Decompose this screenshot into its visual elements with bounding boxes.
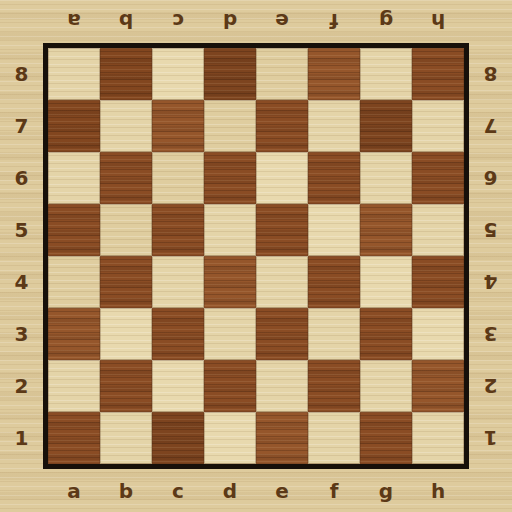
rank-label-right-6: 6 bbox=[469, 152, 512, 204]
rank-labels-left: 87654321 bbox=[0, 48, 43, 464]
file-label-bottom-h: h bbox=[412, 469, 464, 512]
rank-label-right-3: 3 bbox=[469, 308, 512, 360]
square-d6[interactable] bbox=[204, 152, 256, 204]
file-label-top-e: e bbox=[256, 0, 308, 43]
file-label-top-g: g bbox=[360, 0, 412, 43]
square-c6[interactable] bbox=[152, 152, 204, 204]
square-e3[interactable] bbox=[256, 308, 308, 360]
square-c7[interactable] bbox=[152, 100, 204, 152]
file-label-bottom-a: a bbox=[48, 469, 100, 512]
file-labels-top: abcdefgh bbox=[48, 0, 464, 43]
rank-label-left-4: 4 bbox=[0, 256, 43, 308]
rank-label-right-2: 2 bbox=[469, 360, 512, 412]
square-d4[interactable] bbox=[204, 256, 256, 308]
file-label-bottom-c: c bbox=[152, 469, 204, 512]
square-c2[interactable] bbox=[152, 360, 204, 412]
square-g7[interactable] bbox=[360, 100, 412, 152]
square-d2[interactable] bbox=[204, 360, 256, 412]
rank-label-left-5: 5 bbox=[0, 204, 43, 256]
square-b8[interactable] bbox=[100, 48, 152, 100]
square-f7[interactable] bbox=[308, 100, 360, 152]
file-label-top-h: h bbox=[412, 0, 464, 43]
file-label-top-d: d bbox=[204, 0, 256, 43]
square-e2[interactable] bbox=[256, 360, 308, 412]
square-d1[interactable] bbox=[204, 412, 256, 464]
board-grid bbox=[48, 48, 464, 464]
square-h5[interactable] bbox=[412, 204, 464, 256]
square-g1[interactable] bbox=[360, 412, 412, 464]
square-f3[interactable] bbox=[308, 308, 360, 360]
square-f5[interactable] bbox=[308, 204, 360, 256]
file-label-top-b: b bbox=[100, 0, 152, 43]
file-labels-bottom: abcdefgh bbox=[48, 469, 464, 512]
square-e7[interactable] bbox=[256, 100, 308, 152]
playing-area bbox=[43, 43, 469, 469]
file-label-bottom-g: g bbox=[360, 469, 412, 512]
square-a6[interactable] bbox=[48, 152, 100, 204]
file-label-top-a: a bbox=[48, 0, 100, 43]
square-d3[interactable] bbox=[204, 308, 256, 360]
file-label-bottom-e: e bbox=[256, 469, 308, 512]
square-a2[interactable] bbox=[48, 360, 100, 412]
square-b5[interactable] bbox=[100, 204, 152, 256]
rank-label-left-7: 7 bbox=[0, 100, 43, 152]
file-label-top-f: f bbox=[308, 0, 360, 43]
file-label-bottom-b: b bbox=[100, 469, 152, 512]
square-h3[interactable] bbox=[412, 308, 464, 360]
square-h8[interactable] bbox=[412, 48, 464, 100]
square-a1[interactable] bbox=[48, 412, 100, 464]
square-g3[interactable] bbox=[360, 308, 412, 360]
square-d8[interactable] bbox=[204, 48, 256, 100]
square-c8[interactable] bbox=[152, 48, 204, 100]
square-b4[interactable] bbox=[100, 256, 152, 308]
file-label-top-c: c bbox=[152, 0, 204, 43]
square-b2[interactable] bbox=[100, 360, 152, 412]
rank-label-right-8: 8 bbox=[469, 48, 512, 100]
square-b1[interactable] bbox=[100, 412, 152, 464]
square-f1[interactable] bbox=[308, 412, 360, 464]
square-f8[interactable] bbox=[308, 48, 360, 100]
rank-label-right-4: 4 bbox=[469, 256, 512, 308]
square-g6[interactable] bbox=[360, 152, 412, 204]
rank-label-left-8: 8 bbox=[0, 48, 43, 100]
chess-board: abcdefgh abcdefgh 87654321 87654321 bbox=[0, 0, 512, 512]
square-a4[interactable] bbox=[48, 256, 100, 308]
square-a5[interactable] bbox=[48, 204, 100, 256]
square-e4[interactable] bbox=[256, 256, 308, 308]
square-h1[interactable] bbox=[412, 412, 464, 464]
rank-label-left-1: 1 bbox=[0, 412, 43, 464]
rank-label-right-1: 1 bbox=[469, 412, 512, 464]
rank-label-left-2: 2 bbox=[0, 360, 43, 412]
square-b3[interactable] bbox=[100, 308, 152, 360]
square-f4[interactable] bbox=[308, 256, 360, 308]
square-b6[interactable] bbox=[100, 152, 152, 204]
square-d5[interactable] bbox=[204, 204, 256, 256]
square-g8[interactable] bbox=[360, 48, 412, 100]
rank-label-left-3: 3 bbox=[0, 308, 43, 360]
square-h6[interactable] bbox=[412, 152, 464, 204]
rank-labels-right: 87654321 bbox=[469, 48, 512, 464]
square-d7[interactable] bbox=[204, 100, 256, 152]
square-e5[interactable] bbox=[256, 204, 308, 256]
square-e6[interactable] bbox=[256, 152, 308, 204]
file-label-bottom-d: d bbox=[204, 469, 256, 512]
square-e1[interactable] bbox=[256, 412, 308, 464]
file-label-bottom-f: f bbox=[308, 469, 360, 512]
square-h7[interactable] bbox=[412, 100, 464, 152]
square-f2[interactable] bbox=[308, 360, 360, 412]
square-a8[interactable] bbox=[48, 48, 100, 100]
rank-label-right-5: 5 bbox=[469, 204, 512, 256]
square-h4[interactable] bbox=[412, 256, 464, 308]
square-b7[interactable] bbox=[100, 100, 152, 152]
square-c1[interactable] bbox=[152, 412, 204, 464]
square-f6[interactable] bbox=[308, 152, 360, 204]
square-g4[interactable] bbox=[360, 256, 412, 308]
square-e8[interactable] bbox=[256, 48, 308, 100]
square-a7[interactable] bbox=[48, 100, 100, 152]
square-h2[interactable] bbox=[412, 360, 464, 412]
square-g2[interactable] bbox=[360, 360, 412, 412]
rank-label-right-7: 7 bbox=[469, 100, 512, 152]
board-frame: abcdefgh abcdefgh 87654321 87654321 bbox=[0, 0, 512, 512]
square-g5[interactable] bbox=[360, 204, 412, 256]
square-c4[interactable] bbox=[152, 256, 204, 308]
square-a3[interactable] bbox=[48, 308, 100, 360]
rank-label-left-6: 6 bbox=[0, 152, 43, 204]
square-c3[interactable] bbox=[152, 308, 204, 360]
square-c5[interactable] bbox=[152, 204, 204, 256]
